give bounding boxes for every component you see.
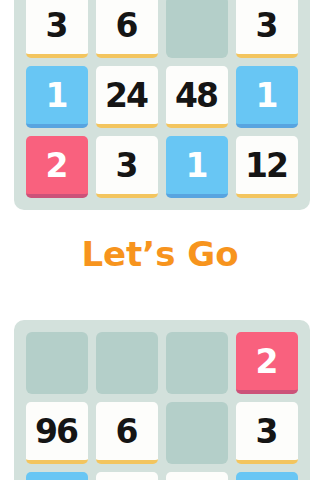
bottom-game-board[interactable]: 29663: [14, 320, 310, 480]
tile-1: 1: [166, 136, 228, 198]
tile-1: 1: [26, 66, 88, 128]
tile-12: 12: [236, 136, 298, 198]
tile-3: 3: [26, 0, 88, 58]
tile-value: 3: [258, 6, 277, 45]
tile-6: 6: [96, 402, 158, 464]
top-game-board[interactable]: 36312448123112: [14, 0, 310, 210]
tile-value: 1: [258, 76, 277, 115]
tile-3: 3: [236, 402, 298, 464]
tile-value: 3: [48, 6, 67, 45]
empty-cell: [96, 332, 158, 394]
game-screen: 36312448123112 Let’s Go 29663: [0, 0, 320, 480]
tile-value: 48: [177, 76, 217, 115]
tile-96: 96: [26, 402, 88, 464]
empty-cell: [26, 332, 88, 394]
tile-3: 3: [236, 0, 298, 58]
tile-value: 12: [247, 146, 287, 185]
tile-3: 3: [96, 136, 158, 198]
tile-value: 6: [118, 6, 137, 45]
tile-48: 48: [166, 66, 228, 128]
empty-cell: [166, 332, 228, 394]
tile-value: 24: [107, 76, 147, 115]
tile-value: 3: [258, 412, 277, 451]
tile-value: 96: [37, 412, 77, 451]
lets-go-button[interactable]: Let’s Go: [0, 234, 320, 274]
tile-value: 6: [118, 412, 137, 451]
tile-2: 2: [26, 136, 88, 198]
tile-value: 1: [48, 76, 67, 115]
tile-value: 2: [48, 146, 67, 185]
tile-value: 3: [118, 146, 137, 185]
tile-blue: [26, 472, 88, 480]
tile-6: 6: [96, 0, 158, 58]
empty-cell: [166, 402, 228, 464]
tile-2: 2: [236, 332, 298, 394]
tile-1: 1: [236, 66, 298, 128]
tile-24: 24: [96, 66, 158, 128]
empty-cell: [166, 0, 228, 58]
tile-blue: [236, 472, 298, 480]
tile-value: 2: [258, 342, 277, 381]
tile-white: [96, 472, 158, 480]
tile-value: 1: [188, 146, 207, 185]
tile-white: [166, 472, 228, 480]
